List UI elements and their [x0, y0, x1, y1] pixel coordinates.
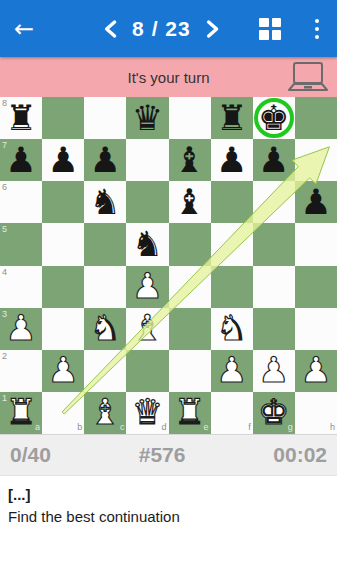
square-h2[interactable]: ♟ [295, 350, 337, 392]
square-c2[interactable] [84, 350, 126, 392]
square-e8[interactable] [169, 97, 211, 139]
square-d7[interactable] [126, 139, 168, 181]
engine-button[interactable] [286, 61, 330, 98]
square-h7[interactable] [295, 139, 337, 181]
square-a6[interactable]: 6 [0, 181, 42, 223]
square-c3[interactable]: ♞ [84, 308, 126, 350]
white-pawn-g2: ♟ [258, 353, 289, 388]
square-b2[interactable]: ♟ [42, 350, 84, 392]
white-pawn-a3: ♟ [5, 311, 36, 346]
square-c6[interactable]: ♞ [84, 181, 126, 223]
black-rook-f8: ♜ [216, 101, 247, 136]
square-a4[interactable]: 4 [0, 266, 42, 308]
square-b6[interactable] [42, 181, 84, 223]
puzzle-number: #576 [139, 443, 186, 467]
square-h8[interactable] [295, 97, 337, 139]
square-f4[interactable] [211, 266, 253, 308]
square-b7[interactable]: ♟ [42, 139, 84, 181]
white-bishop-d3: ♝ [132, 311, 163, 346]
file-label-h: h [330, 423, 335, 432]
white-pawn-f2: ♟ [216, 353, 247, 388]
square-c1[interactable]: c♝ [84, 392, 126, 434]
white-pawn-d4: ♟ [132, 269, 163, 304]
puzzle-list-button[interactable] [259, 18, 281, 40]
dots-menu-icon [315, 19, 319, 23]
move-list: [...] [8, 486, 329, 503]
square-d2[interactable] [126, 350, 168, 392]
square-e6[interactable]: ♝ [169, 181, 211, 223]
black-pawn-h6: ♟ [300, 185, 331, 220]
grid-icon [259, 18, 269, 28]
square-d4[interactable]: ♟ [126, 266, 168, 308]
square-g6[interactable] [253, 181, 295, 223]
square-g7[interactable]: ♟ [253, 139, 295, 181]
square-f7[interactable]: ♟ [211, 139, 253, 181]
square-f2[interactable]: ♟ [211, 350, 253, 392]
square-d8[interactable]: ♛ [126, 97, 168, 139]
square-a5[interactable]: 5 [0, 223, 42, 265]
square-g5[interactable] [253, 223, 295, 265]
black-bishop-e7: ♝ [174, 143, 205, 178]
white-king-g1: ♚ [258, 395, 289, 430]
task-panel: [...] Find the best continuation [0, 476, 337, 576]
square-h4[interactable] [295, 266, 337, 308]
file-label-b: b [77, 423, 82, 432]
black-pawn-f7: ♟ [216, 143, 247, 178]
square-e7[interactable]: ♝ [169, 139, 211, 181]
white-knight-f3: ♞ [216, 311, 247, 346]
back-button[interactable]: ← [0, 0, 48, 57]
white-pawn-h2: ♟ [300, 353, 331, 388]
white-rook-a1: ♜ [5, 395, 36, 430]
square-d3[interactable]: ♝ [126, 308, 168, 350]
square-b8[interactable] [42, 97, 84, 139]
score-counter: 0/40 [10, 443, 51, 467]
rank-label-2: 2 [2, 352, 7, 361]
square-f1[interactable]: f [211, 392, 253, 434]
back-arrow-icon: ← [14, 15, 34, 43]
square-a8[interactable]: 8♜ [0, 97, 42, 139]
square-d1[interactable]: d♛ [126, 392, 168, 434]
puzzle-counter: 8 / 23 [132, 17, 191, 41]
square-g2[interactable]: ♟ [253, 350, 295, 392]
square-h3[interactable] [295, 308, 337, 350]
next-puzzle-button[interactable] [205, 19, 221, 39]
black-rook-a8: ♜ [5, 101, 36, 136]
square-c7[interactable]: ♟ [84, 139, 126, 181]
square-e1[interactable]: e♜ [169, 392, 211, 434]
white-bishop-c1: ♝ [90, 395, 121, 430]
laptop-icon [286, 61, 330, 94]
white-rook-e1: ♜ [174, 395, 205, 430]
timer: 00:02 [273, 443, 327, 467]
square-a3[interactable]: 3♟ [0, 308, 42, 350]
top-bar-actions [259, 0, 337, 57]
square-g8[interactable]: ♚ [253, 97, 295, 139]
puzzle-navigation: 8 / 23 [102, 17, 221, 41]
square-g3[interactable] [253, 308, 295, 350]
file-label-f: f [248, 423, 251, 432]
bottom-info-bar: 0/40 #576 00:02 [0, 434, 337, 476]
square-d5[interactable]: ♞ [126, 223, 168, 265]
rank-label-5: 5 [2, 225, 7, 234]
rank-label-6: 6 [2, 183, 7, 192]
square-b1[interactable]: b [42, 392, 84, 434]
square-e2[interactable] [169, 350, 211, 392]
square-f6[interactable] [211, 181, 253, 223]
black-bishop-e6: ♝ [174, 185, 205, 220]
square-h5[interactable] [295, 223, 337, 265]
square-b4[interactable] [42, 266, 84, 308]
previous-puzzle-button[interactable] [102, 19, 118, 39]
task-instruction: Find the best continuation [8, 508, 329, 525]
square-c8[interactable] [84, 97, 126, 139]
board: 8♜♛♜♚7♟♟♟♝♟♟6♞♝♟5♞4♟3♟♞♝♞2♟♟♟♟1a♜bc♝d♛e♜… [0, 97, 337, 434]
black-pawn-a7: ♟ [5, 143, 36, 178]
white-knight-c3: ♞ [90, 311, 121, 346]
square-h1[interactable]: h [295, 392, 337, 434]
turn-status-bar: It's your turn [0, 57, 337, 97]
square-b3[interactable] [42, 308, 84, 350]
square-e5[interactable] [169, 223, 211, 265]
square-h6[interactable]: ♟ [295, 181, 337, 223]
square-f8[interactable]: ♜ [211, 97, 253, 139]
turn-status-message: It's your turn [127, 69, 209, 86]
black-pawn-b7: ♟ [47, 143, 78, 178]
square-e4[interactable] [169, 266, 211, 308]
black-knight-c6: ♞ [90, 185, 121, 220]
overflow-menu-button[interactable] [305, 0, 329, 57]
black-pawn-c7: ♟ [90, 143, 121, 178]
black-knight-d5: ♞ [132, 227, 163, 262]
square-g4[interactable] [253, 266, 295, 308]
black-king-g8: ♚ [258, 101, 289, 136]
square-f3[interactable]: ♞ [211, 308, 253, 350]
white-queen-d1: ♛ [132, 395, 163, 430]
square-b5[interactable] [42, 223, 84, 265]
square-c4[interactable] [84, 266, 126, 308]
board-area: 8♜♛♜♚7♟♟♟♝♟♟6♞♝♟5♞4♟3♟♞♝♞2♟♟♟♟1a♜bc♝d♛e♜… [0, 97, 337, 434]
chevron-left-icon [102, 19, 118, 39]
black-pawn-g7: ♟ [258, 143, 289, 178]
square-a1[interactable]: 1a♜ [0, 392, 42, 434]
top-bar: ← 8 / 23 [0, 0, 337, 57]
square-e3[interactable] [169, 308, 211, 350]
square-c5[interactable] [84, 223, 126, 265]
chess-tactics-app: ← 8 / 23 It's your turn [0, 0, 337, 576]
square-g1[interactable]: g♚ [253, 392, 295, 434]
black-queen-d8: ♛ [132, 101, 163, 136]
square-d6[interactable] [126, 181, 168, 223]
rank-label-4: 4 [2, 268, 7, 277]
white-pawn-b2: ♟ [47, 353, 78, 388]
square-a7[interactable]: 7♟ [0, 139, 42, 181]
square-a2[interactable]: 2 [0, 350, 42, 392]
square-f5[interactable] [211, 223, 253, 265]
chevron-right-icon [205, 19, 221, 39]
